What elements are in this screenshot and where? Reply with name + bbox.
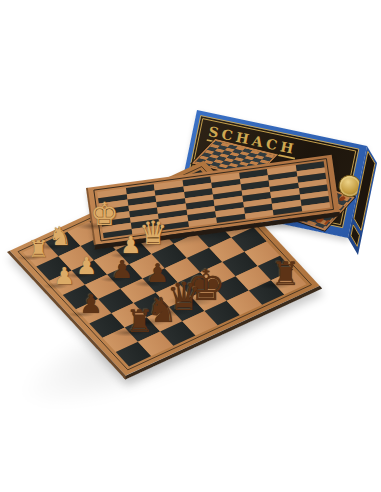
piece-dark-R-b2: ♜ — [126, 306, 154, 337]
piece-dark-P-a4: ♟ — [79, 292, 102, 318]
piece-light-R-a8: ♜ — [28, 237, 49, 260]
piece-dark-R-h1: ♜ — [272, 257, 301, 289]
piece-light-P-a6: ♟ — [54, 265, 75, 288]
piece-dark-P-c5: ♟ — [111, 258, 133, 283]
piece-light-N-b8: ♞ — [49, 224, 72, 250]
piece-light-P-b6: ♟ — [76, 255, 97, 278]
piece-light-K-d8: ♚ — [90, 199, 118, 231]
piece-light-Q-e6: ♛ — [139, 217, 168, 249]
scene: SCHACH ♜♞♚♟♟♟♛♟♟♟♜♞♛♚♜ — [0, 0, 381, 492]
piece-dark-P-d4: ♟ — [146, 261, 169, 287]
